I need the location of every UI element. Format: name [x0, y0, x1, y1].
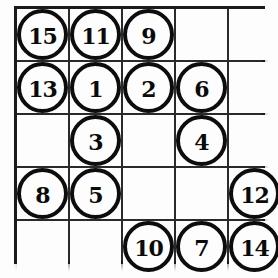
grid-cell-r1c3: 9 — [123, 9, 174, 60]
puzzle-grid: 151191312634851210714 — [14, 6, 265, 264]
grid-cell-r2c4: 6 — [176, 62, 227, 113]
grid-cell-r1c1: 15 — [17, 9, 68, 60]
number-circle: 13 — [17, 62, 68, 113]
circle-number: 7 — [194, 237, 208, 259]
number-circle: 8 — [17, 168, 68, 219]
circle-number: 10 — [134, 237, 163, 259]
grid-cell-r4c2: 5 — [70, 168, 121, 219]
circle-number: 11 — [81, 25, 110, 47]
grid-cell-r5c4: 7 — [176, 221, 227, 272]
number-circle: 14 — [229, 221, 278, 272]
puzzle-canvas: 151191312634851210714 — [0, 0, 278, 278]
number-circle: 9 — [123, 9, 174, 60]
grid-cell-r2c2: 1 — [70, 62, 121, 113]
number-circle: 6 — [176, 62, 227, 113]
number-circle: 3 — [70, 115, 121, 166]
circle-number: 15 — [28, 25, 57, 47]
grid-cell-r5c5: 14 — [229, 221, 278, 272]
grid-cell-r2c3: 2 — [123, 62, 174, 113]
number-circle: 15 — [17, 9, 68, 60]
circle-number: 2 — [141, 78, 155, 100]
grid-cell-r4c3 — [123, 168, 174, 219]
grid-cell-r4c5: 12 — [229, 168, 278, 219]
circle-number: 13 — [28, 78, 57, 100]
grid-cell-r1c5 — [229, 9, 278, 60]
circle-number: 6 — [194, 78, 208, 100]
number-circle: 4 — [176, 115, 227, 166]
circle-number: 8 — [35, 184, 49, 206]
grid-cell-r2c1: 13 — [17, 62, 68, 113]
circle-number: 4 — [194, 131, 208, 153]
grid-cell-r5c3: 10 — [123, 221, 174, 272]
grid-cell-r4c1: 8 — [17, 168, 68, 219]
grid-cell-r5c1 — [17, 221, 68, 272]
number-circle: 11 — [70, 9, 121, 60]
number-circle: 10 — [123, 221, 174, 272]
grid-cell-r5c2 — [70, 221, 121, 272]
number-circle: 12 — [229, 168, 278, 219]
circle-number: 3 — [88, 131, 102, 153]
circle-number: 12 — [240, 184, 269, 206]
number-circle: 5 — [70, 168, 121, 219]
number-circle: 7 — [176, 221, 227, 272]
circle-number: 5 — [88, 184, 102, 206]
grid-cell-r1c4 — [176, 9, 227, 60]
circle-number: 14 — [240, 237, 269, 259]
grid-cell-r2c5 — [229, 62, 278, 113]
circle-number: 9 — [141, 25, 155, 47]
grid-cell-r3c4: 4 — [176, 115, 227, 166]
grid-cell-r3c5 — [229, 115, 278, 166]
grid-cell-r3c3 — [123, 115, 174, 166]
grid-cell-r3c2: 3 — [70, 115, 121, 166]
circle-number: 1 — [88, 78, 102, 100]
grid-cell-r3c1 — [17, 115, 68, 166]
grid-cell-r1c2: 11 — [70, 9, 121, 60]
number-circle: 2 — [123, 62, 174, 113]
number-circle: 1 — [70, 62, 121, 113]
grid-cell-r4c4 — [176, 168, 227, 219]
